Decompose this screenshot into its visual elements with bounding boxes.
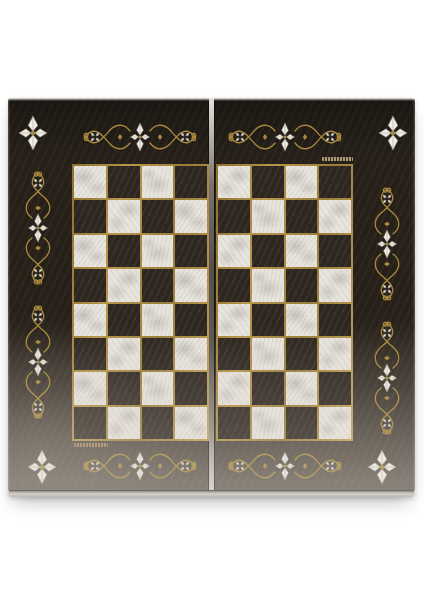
square-d3: [175, 338, 207, 370]
square-b3: [108, 338, 140, 370]
square-c7: [142, 200, 174, 232]
square-e1: [218, 407, 250, 439]
square-b2: [108, 372, 140, 404]
square-f2: [252, 372, 284, 404]
square-g3: [286, 338, 318, 370]
side-scroll-ornament-right-lower: [367, 318, 407, 438]
square-f6: [252, 235, 284, 267]
square-b1: [108, 407, 140, 439]
square-b6: [108, 235, 140, 267]
chessboard-left-half: [72, 164, 209, 441]
square-a7: [74, 200, 106, 232]
square-a3: [74, 338, 106, 370]
square-a1: [74, 407, 106, 439]
board-half-left: [8, 98, 209, 490]
square-d6: [175, 235, 207, 267]
square-e7: [218, 200, 250, 232]
square-d5: [175, 269, 207, 301]
square-d7: [175, 200, 207, 232]
square-g2: [286, 372, 318, 404]
square-d4: [175, 304, 207, 336]
square-a4: [74, 304, 106, 336]
square-f1: [252, 407, 284, 439]
square-e3: [218, 338, 250, 370]
square-c8: [142, 166, 174, 198]
folding-board: [8, 98, 415, 497]
square-e5: [218, 269, 250, 301]
corner-flower-inlay-bottom-right: [366, 449, 398, 485]
square-a6: [74, 235, 106, 267]
scroll-ornament-top-right-half: [225, 117, 345, 157]
square-d2: [175, 372, 207, 404]
scroll-ornament-bottom-left-half: [80, 446, 200, 486]
square-g6: [286, 235, 318, 267]
square-b7: [108, 200, 140, 232]
chessboard-right-half: [216, 164, 353, 441]
square-h4: [319, 304, 351, 336]
square-c2: [142, 372, 174, 404]
square-f7: [252, 200, 284, 232]
board-half-right: [214, 98, 415, 490]
square-h7: [319, 200, 351, 232]
square-f3: [252, 338, 284, 370]
square-h1: [319, 407, 351, 439]
square-e4: [218, 304, 250, 336]
scroll-ornament-top-left-half: [80, 117, 200, 157]
side-scroll-ornament-right-upper: [367, 184, 407, 304]
square-b5: [108, 269, 140, 301]
square-g8: [286, 166, 318, 198]
square-h8: [319, 166, 351, 198]
corner-flower-inlay-bottom-left: [26, 449, 58, 485]
square-e8: [218, 166, 250, 198]
corner-flower-inlay-top-left: [17, 115, 49, 151]
square-c4: [142, 304, 174, 336]
square-a8: [74, 166, 106, 198]
square-a2: [74, 372, 106, 404]
square-e6: [218, 235, 250, 267]
watermark-top-right: [322, 157, 353, 161]
square-g1: [286, 407, 318, 439]
square-d8: [175, 166, 207, 198]
square-c1: [142, 407, 174, 439]
square-g4: [286, 304, 318, 336]
square-d1: [175, 407, 207, 439]
square-a5: [74, 269, 106, 301]
square-h3: [319, 338, 351, 370]
square-c6: [142, 235, 174, 267]
square-f5: [252, 269, 284, 301]
side-scroll-ornament-left-lower: [18, 302, 58, 422]
square-f4: [252, 304, 284, 336]
square-e2: [218, 372, 250, 404]
square-c3: [142, 338, 174, 370]
square-h6: [319, 235, 351, 267]
square-c5: [142, 269, 174, 301]
board-bottom-edge: [9, 490, 414, 497]
square-b4: [108, 304, 140, 336]
square-h5: [319, 269, 351, 301]
square-b8: [108, 166, 140, 198]
product-photo: [0, 0, 424, 600]
scroll-ornament-bottom-right-half: [225, 446, 345, 486]
square-g5: [286, 269, 318, 301]
corner-flower-inlay-top-right: [377, 115, 409, 151]
square-g7: [286, 200, 318, 232]
square-h2: [319, 372, 351, 404]
side-scroll-ornament-left-upper: [18, 168, 58, 288]
square-f8: [252, 166, 284, 198]
